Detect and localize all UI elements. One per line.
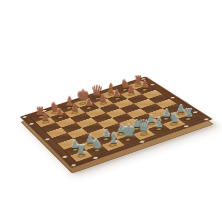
frame-inlay-diamond <box>71 164 76 166</box>
white-rook-glyph: ♜ <box>73 144 90 156</box>
frame-inlay-diamond <box>45 139 50 141</box>
scene: ♜♟♟♜♞♟♟♞♝♟♟♝♛♟♟♛♚♟♟♚♝♟♟♝♞♟♟♞♜♟♟♜ <box>0 0 222 222</box>
black-pawn-glyph: ♟ <box>38 112 54 122</box>
black-pawn-glyph: ♟ <box>96 94 111 104</box>
frame-inlay-diamond <box>23 116 27 118</box>
white-bishop-glyph: ♝ <box>151 116 168 130</box>
white-knight-glyph: ♞ <box>89 138 106 151</box>
piece-white-rook[interactable]: ♜ <box>70 150 92 162</box>
board-grid: ♜♟♟♜♞♟♟♞♝♟♟♝♛♟♟♛♚♟♟♚♝♟♟♝♞♟♟♞♜♟♟♜ <box>30 81 200 162</box>
square-h1[interactable]: ♜ <box>70 150 93 162</box>
frame-inlay-diamond <box>30 123 35 125</box>
frame-inlay-diamond <box>140 141 145 143</box>
frame-inlay-diamond <box>94 157 99 159</box>
black-pawn-glyph: ♟ <box>67 103 83 113</box>
frame-inlay-diamond <box>171 97 175 98</box>
white-knight-glyph: ♞ <box>166 112 183 125</box>
white-queen-glyph: ♛ <box>135 119 152 135</box>
frame-inlay-diamond <box>184 125 189 127</box>
square-g7[interactable]: ♟ <box>50 112 70 122</box>
white-rook-glyph: ♜ <box>181 108 198 119</box>
white-bishop-glyph: ♝ <box>104 131 121 145</box>
frame-inlay-diamond <box>204 118 208 120</box>
black-pawn-glyph: ♟ <box>110 89 125 99</box>
black-pawn-glyph: ♟ <box>52 108 68 118</box>
black-pawn-glyph: ♟ <box>81 98 96 108</box>
black-pawn-glyph: ♟ <box>124 85 139 94</box>
white-king-glyph: ♚ <box>120 123 137 140</box>
frame-inlay-diamond <box>63 156 68 158</box>
black-pawn-glyph: ♟ <box>137 80 152 89</box>
